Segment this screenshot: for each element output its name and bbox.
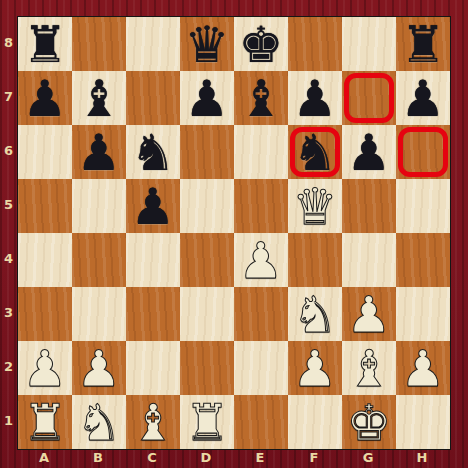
square-d3[interactable] (180, 287, 234, 341)
square-c6[interactable]: ♞ (126, 125, 180, 179)
rank-label-2: 2 (0, 340, 17, 394)
square-d5[interactable] (180, 179, 234, 233)
piece-black-pawn-a7[interactable]: ♟ (18, 71, 72, 125)
rank-label-6: 6 (0, 124, 17, 178)
square-h4[interactable] (396, 233, 450, 287)
file-label-f: F (287, 449, 341, 468)
piece-white-pawn-h2[interactable]: ♟ (396, 341, 450, 395)
square-g3[interactable]: ♟ (342, 287, 396, 341)
move-highlight-g7 (344, 73, 394, 123)
square-h6[interactable] (396, 125, 450, 179)
square-g5[interactable] (342, 179, 396, 233)
square-c4[interactable] (126, 233, 180, 287)
square-e8[interactable]: ♚ (234, 17, 288, 71)
square-b1[interactable]: ♞ (72, 395, 126, 449)
file-label-h: H (395, 449, 449, 468)
square-a5[interactable] (18, 179, 72, 233)
rank-label-1: 1 (0, 394, 17, 448)
file-label-a: A (17, 449, 71, 468)
square-c2[interactable] (126, 341, 180, 395)
square-a3[interactable] (18, 287, 72, 341)
piece-black-pawn-d7[interactable]: ♟ (180, 71, 234, 125)
square-d8[interactable]: ♛ (180, 17, 234, 71)
square-b8[interactable] (72, 17, 126, 71)
square-c1[interactable]: ♝ (126, 395, 180, 449)
piece-white-pawn-f2[interactable]: ♟ (288, 341, 342, 395)
square-d6[interactable] (180, 125, 234, 179)
square-g1[interactable]: ♚ (342, 395, 396, 449)
square-g7[interactable] (342, 71, 396, 125)
square-c5[interactable]: ♟ (126, 179, 180, 233)
square-h5[interactable] (396, 179, 450, 233)
square-a6[interactable] (18, 125, 72, 179)
rank-label-7: 7 (0, 70, 17, 124)
square-f7[interactable]: ♟ (288, 71, 342, 125)
file-labels: ABCDEFGH (17, 449, 449, 468)
file-label-d: D (179, 449, 233, 468)
piece-black-knight-c6[interactable]: ♞ (126, 125, 180, 179)
square-b5[interactable] (72, 179, 126, 233)
chess-board: ♜♛♚♜♟♝♟♝♟♟♟♞♞♟♟♛♟♞♟♟♟♟♝♟♜♞♝♜♚ (17, 16, 451, 450)
piece-black-pawn-f7[interactable]: ♟ (288, 71, 342, 125)
piece-white-rook-d1[interactable]: ♜ (180, 395, 234, 449)
piece-white-pawn-a2[interactable]: ♟ (18, 341, 72, 395)
square-f6[interactable]: ♞ (288, 125, 342, 179)
piece-black-rook-a8[interactable]: ♜ (18, 17, 72, 71)
square-h7[interactable]: ♟ (396, 71, 450, 125)
piece-black-queen-d8[interactable]: ♛ (180, 17, 234, 71)
piece-white-pawn-e4[interactable]: ♟ (234, 233, 288, 287)
square-g4[interactable] (342, 233, 396, 287)
piece-black-rook-h8[interactable]: ♜ (396, 17, 450, 71)
square-f3[interactable]: ♞ (288, 287, 342, 341)
square-f2[interactable]: ♟ (288, 341, 342, 395)
rank-label-3: 3 (0, 286, 17, 340)
piece-black-pawn-h7[interactable]: ♟ (396, 71, 450, 125)
rank-label-8: 8 (0, 16, 17, 70)
file-label-e: E (233, 449, 287, 468)
square-f1[interactable] (288, 395, 342, 449)
rank-labels: 87654321 (0, 16, 17, 448)
square-h3[interactable] (396, 287, 450, 341)
piece-white-knight-b1[interactable]: ♞ (72, 395, 126, 449)
square-f4[interactable] (288, 233, 342, 287)
square-e5[interactable] (234, 179, 288, 233)
piece-black-pawn-g6[interactable]: ♟ (342, 125, 396, 179)
square-e7[interactable]: ♝ (234, 71, 288, 125)
square-a2[interactable]: ♟ (18, 341, 72, 395)
square-d2[interactable] (180, 341, 234, 395)
square-e1[interactable] (234, 395, 288, 449)
piece-white-bishop-c1[interactable]: ♝ (126, 395, 180, 449)
square-e6[interactable] (234, 125, 288, 179)
file-label-b: B (71, 449, 125, 468)
square-b7[interactable]: ♝ (72, 71, 126, 125)
board-frame: ♜♛♚♜♟♝♟♝♟♟♟♞♞♟♟♛♟♞♟♟♟♟♝♟♜♞♝♜♚ 87654321 A… (0, 0, 468, 468)
piece-white-queen-f5[interactable]: ♛ (288, 179, 342, 233)
square-a1[interactable]: ♜ (18, 395, 72, 449)
move-highlight-h6 (398, 127, 448, 177)
rank-label-4: 4 (0, 232, 17, 286)
piece-white-bishop-g2[interactable]: ♝ (342, 341, 396, 395)
square-c8[interactable] (126, 17, 180, 71)
square-e4[interactable]: ♟ (234, 233, 288, 287)
piece-white-rook-a1[interactable]: ♜ (18, 395, 72, 449)
square-f8[interactable] (288, 17, 342, 71)
square-d1[interactable]: ♜ (180, 395, 234, 449)
piece-white-knight-f3[interactable]: ♞ (288, 287, 342, 341)
square-h8[interactable]: ♜ (396, 17, 450, 71)
square-g8[interactable] (342, 17, 396, 71)
piece-black-knight-f6[interactable]: ♞ (288, 125, 342, 179)
file-label-g: G (341, 449, 395, 468)
square-d7[interactable]: ♟ (180, 71, 234, 125)
square-c7[interactable] (126, 71, 180, 125)
square-e2[interactable] (234, 341, 288, 395)
square-h2[interactable]: ♟ (396, 341, 450, 395)
piece-black-pawn-c5[interactable]: ♟ (126, 179, 180, 233)
square-b6[interactable]: ♟ (72, 125, 126, 179)
piece-white-pawn-b2[interactable]: ♟ (72, 341, 126, 395)
file-label-c: C (125, 449, 179, 468)
piece-white-pawn-g3[interactable]: ♟ (342, 287, 396, 341)
square-g2[interactable]: ♝ (342, 341, 396, 395)
square-d4[interactable] (180, 233, 234, 287)
square-a7[interactable]: ♟ (18, 71, 72, 125)
square-a4[interactable] (18, 233, 72, 287)
piece-black-king-e8[interactable]: ♚ (234, 17, 288, 71)
square-e3[interactable] (234, 287, 288, 341)
square-h1[interactable] (396, 395, 450, 449)
piece-black-bishop-b7[interactable]: ♝ (72, 71, 126, 125)
square-b2[interactable]: ♟ (72, 341, 126, 395)
square-b4[interactable] (72, 233, 126, 287)
square-c3[interactable] (126, 287, 180, 341)
square-a8[interactable]: ♜ (18, 17, 72, 71)
square-f5[interactable]: ♛ (288, 179, 342, 233)
square-b3[interactable] (72, 287, 126, 341)
piece-white-king-g1[interactable]: ♚ (342, 395, 396, 449)
rank-label-5: 5 (0, 178, 17, 232)
piece-black-pawn-b6[interactable]: ♟ (72, 125, 126, 179)
square-g6[interactable]: ♟ (342, 125, 396, 179)
piece-black-bishop-e7[interactable]: ♝ (234, 71, 288, 125)
